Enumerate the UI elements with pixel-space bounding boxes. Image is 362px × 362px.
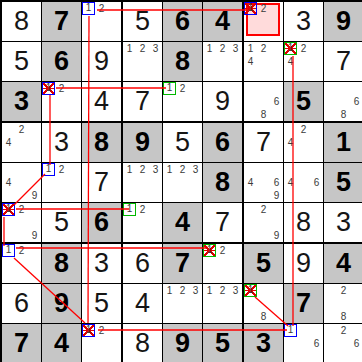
cell-r5c8[interactable]: 46 [284,163,324,203]
candidate-2[interactable]: 2 [216,244,229,257]
solved-digit: 5 [14,48,29,75]
candidate-6 [28,257,41,270]
cell-r8c7[interactable]: 18 [244,284,284,324]
candidate-5 [257,55,270,68]
candidate-5 [297,176,310,189]
candidate-8[interactable]: 8 [337,108,350,121]
candidate-4[interactable]: 4 [284,55,297,68]
candidate-1-blue-crossed[interactable]: 1 [42,82,55,95]
candidate-2[interactable]: 2 [176,82,189,95]
candidate-6[interactable]: 6 [310,337,323,350]
given-digit: 4 [54,330,69,357]
candidate-7 [244,310,257,323]
candidate-8 [216,68,229,81]
candidate-6 [270,297,283,310]
candidate-1-blue-crossed[interactable]: 1 [82,324,95,337]
candidate-3[interactable]: 3 [149,42,162,55]
cell-r3c1[interactable]: 3 [2,82,42,123]
candidate-9 [229,310,242,323]
candidate-6 [270,55,283,68]
cell-r1c4[interactable]: 5 [123,2,163,42]
cell-r7c8[interactable]: 9 [284,244,324,284]
candidate-2[interactable]: 2 [297,123,310,136]
cell-r3c9[interactable]: 68 [324,82,362,123]
candidate-6 [310,55,323,68]
solved-digit: 4 [94,88,109,115]
candidate-6 [108,15,121,28]
candidate-2[interactable]: 2 [297,42,310,55]
candidate-3 [270,163,283,176]
candidate-1-blue-boxed[interactable]: 1 [2,244,15,257]
candidate-6 [108,337,121,350]
candidate-1[interactable]: 1 [203,42,216,55]
candidate-4 [203,55,216,68]
cell-r9c8[interactable]: 16 [284,324,324,362]
cell-r9c5[interactable]: 9 [163,324,203,362]
given-digit: 6 [215,129,230,156]
candidate-8 [216,270,229,283]
candidate-3 [108,2,121,15]
given-digit: 5 [296,88,311,115]
candidate-1 [244,82,257,95]
given-digit: 4 [175,209,190,236]
candidate-3[interactable]: 3 [229,284,242,297]
candidate-5 [257,176,270,189]
candidate-3 [68,82,81,95]
candidate-1[interactable]: 1 [123,163,136,176]
cell-r5c4[interactable]: 123 [123,163,163,203]
candidate-1[interactable]: 1 [244,42,257,55]
cell-r5c1[interactable]: 49 [2,163,42,203]
cell-r1c2[interactable]: 7 [42,2,82,42]
pencilmarks: 12 [244,2,283,41]
cell-r8c5[interactable]: 123 [163,284,203,324]
candidate-3 [310,324,323,337]
candidate-5 [15,257,28,270]
candidate-7 [203,310,216,323]
given-digit: 7 [296,290,311,317]
candidate-9 [350,310,362,323]
cell-r2c2[interactable]: 6 [42,42,82,82]
cell-r5c3[interactable]: 7 [82,163,123,203]
candidate-4 [324,337,337,350]
cell-r4c6[interactable]: 6 [203,123,244,163]
solved-digit: 9 [296,250,311,277]
candidate-6 [229,297,242,310]
candidate-5 [216,297,229,310]
candidate-2 [257,163,270,176]
cell-r6c8[interactable]: 8 [284,203,324,244]
cell-r8c1[interactable]: 6 [2,284,42,324]
candidate-2[interactable]: 2 [95,324,108,337]
candidate-6 [149,55,162,68]
given-digit: 4 [336,250,351,277]
cell-r1c3[interactable]: 12 [82,2,123,42]
solved-digit: 3 [54,129,69,156]
cell-r7c6[interactable]: 12 [203,244,244,284]
candidate-4[interactable]: 4 [284,136,297,149]
candidate-1-blue-boxed[interactable]: 1 [284,324,297,337]
candidate-3[interactable]: 3 [189,284,202,297]
cell-r2c8[interactable]: 124 [284,42,324,82]
candidate-7 [163,189,176,202]
cell-r3c8[interactable]: 5 [284,82,324,123]
candidate-4 [42,176,55,189]
candidate-2[interactable]: 2 [176,163,189,176]
pencilmarks: 24 [284,123,323,162]
candidate-4 [203,297,216,310]
candidate-6 [28,216,41,229]
candidate-1 [244,203,257,216]
candidate-8 [257,28,270,41]
candidate-6 [229,55,242,68]
candidate-6 [28,136,41,149]
solved-digit: 5 [94,290,109,317]
candidate-9 [270,28,283,41]
cell-r9c7[interactable]: 3 [244,324,284,362]
candidate-2[interactable]: 2 [136,203,149,216]
cell-r8c3[interactable]: 5 [82,284,123,324]
pencilmarks: 123 [203,284,242,323]
candidate-2[interactable]: 2 [15,123,28,136]
candidate-3 [68,163,81,176]
cell-r9c1[interactable]: 7 [2,324,42,362]
given-digit: 9 [336,8,351,35]
candidate-2[interactable]: 2 [15,244,28,257]
candidate-1-green-crossed[interactable]: 1 [244,284,257,297]
candidate-7 [2,149,15,162]
candidate-9[interactable]: 9 [28,189,41,202]
candidate-9[interactable]: 9 [270,229,283,242]
solved-digit: 9 [215,88,230,115]
candidate-3 [270,82,283,95]
given-digit: 9 [175,330,190,357]
cell-r7c1[interactable]: 12 [2,244,42,284]
candidate-2[interactable]: 2 [257,2,270,15]
cell-r3c7[interactable]: 68 [244,82,284,123]
candidate-2[interactable]: 2 [337,284,350,297]
cell-r3c3[interactable]: 4 [82,82,123,123]
candidate-5 [55,176,68,189]
pencilmarks: 124 [284,42,323,81]
candidate-3[interactable]: 3 [149,163,162,176]
candidate-1-green-crossed[interactable]: 1 [203,244,216,257]
candidate-5 [337,95,350,108]
candidate-2[interactable]: 2 [176,284,189,297]
cell-r1c7[interactable]: 12 [244,2,284,42]
cell-r7c7[interactable]: 5 [244,244,284,284]
candidate-6 [270,216,283,229]
pencilmarks: 68 [244,82,283,121]
cell-r3c6[interactable]: 9 [203,82,244,123]
candidate-7 [2,229,15,242]
given-digit: 3 [14,88,29,115]
candidate-4[interactable]: 4 [2,176,15,189]
pencilmarks: 29 [244,203,283,242]
candidate-1[interactable]: 1 [163,284,176,297]
given-digit: 7 [14,330,29,357]
candidate-3 [28,123,41,136]
candidate-2[interactable]: 2 [95,2,108,15]
candidate-9 [229,270,242,283]
candidate-9 [149,189,162,202]
cell-r6c1[interactable]: 129 [2,203,42,244]
candidate-7 [2,189,15,202]
given-digit: 6 [54,48,69,75]
cell-r3c2[interactable]: 12 [42,82,82,123]
solved-digit: 3 [94,250,109,277]
cell-r2c1[interactable]: 5 [2,42,42,82]
cell-r2c3[interactable]: 9 [82,42,123,82]
candidate-9 [310,350,323,362]
candidate-9 [270,68,283,81]
cell-r6c6[interactable]: 7 [203,203,244,244]
candidate-5 [15,136,28,149]
candidate-1-blue-boxed[interactable]: 1 [42,163,55,176]
given-digit: 8 [94,129,109,156]
candidate-4 [2,216,15,229]
candidate-1 [2,123,15,136]
candidate-2[interactable]: 2 [55,163,68,176]
pencilmarks: 12 [42,82,81,121]
candidate-2[interactable]: 2 [55,82,68,95]
cell-r4c8[interactable]: 24 [284,123,324,163]
candidate-3 [310,123,323,136]
candidate-9 [270,310,283,323]
candidate-6 [350,297,362,310]
pencilmarks: 18 [244,284,283,323]
cell-r6c4[interactable]: 12 [123,203,163,244]
candidate-4 [123,216,136,229]
given-digit: 9 [135,129,150,156]
candidate-8 [55,189,68,202]
pencilmarks: 12 [82,324,121,362]
candidate-6[interactable]: 6 [270,176,283,189]
cell-r8c9[interactable]: 28 [324,284,362,324]
candidate-9 [350,108,362,121]
candidate-5 [95,15,108,28]
cell-r9c4[interactable]: 8 [123,324,163,362]
given-digit: 7 [54,8,69,35]
candidate-2[interactable]: 2 [15,203,28,216]
pencilmarks: 68 [324,82,362,121]
candidate-6 [149,216,162,229]
candidate-7 [244,108,257,121]
candidate-1-green-boxed[interactable]: 1 [163,82,176,95]
candidate-3 [28,163,41,176]
candidate-8[interactable]: 8 [257,310,270,323]
pencilmarks: 46 [284,163,323,202]
candidate-9[interactable]: 9 [270,189,283,202]
candidate-1-blue-boxed[interactable]: 1 [82,2,95,15]
cell-r7c5[interactable]: 7 [163,244,203,284]
given-digit: 1 [336,129,351,156]
candidate-9 [310,189,323,202]
given-digit: 4 [215,8,230,35]
candidate-7 [284,350,297,362]
cell-r9c9[interactable]: 26 [324,324,362,362]
candidate-2[interactable]: 2 [257,203,270,216]
cell-r4c2[interactable]: 3 [42,123,82,163]
candidate-4[interactable]: 4 [244,176,257,189]
cell-r6c2[interactable]: 5 [42,203,82,244]
candidate-4 [123,176,136,189]
given-digit: 7 [175,250,190,277]
candidate-4 [244,95,257,108]
candidate-4 [244,15,257,28]
cell-r1c8[interactable]: 3 [284,2,324,42]
candidate-2[interactable]: 2 [216,42,229,55]
candidate-3 [310,42,323,55]
cell-r2c9[interactable]: 7 [324,42,362,82]
candidate-4 [123,55,136,68]
candidate-3[interactable]: 3 [189,163,202,176]
candidate-9 [189,310,202,323]
cell-r1c6[interactable]: 4 [203,2,244,42]
candidate-1[interactable]: 1 [163,163,176,176]
candidate-7 [82,28,95,41]
solved-digit: 7 [135,88,150,115]
candidate-7 [163,310,176,323]
candidate-1[interactable]: 1 [123,42,136,55]
candidate-4[interactable]: 4 [244,55,257,68]
cell-r8c2[interactable]: 9 [42,284,82,324]
candidate-7 [324,350,337,362]
candidate-2[interactable]: 2 [136,163,149,176]
candidate-4[interactable]: 4 [2,136,15,149]
cell-r2c7[interactable]: 124 [244,42,284,82]
candidate-4[interactable]: 4 [284,176,297,189]
cell-r4c7[interactable]: 7 [244,123,284,163]
candidate-2[interactable]: 2 [257,42,270,55]
cell-r7c9[interactable]: 4 [324,244,362,284]
candidate-5 [136,55,149,68]
candidate-2 [257,82,270,95]
candidate-5 [257,297,270,310]
cell-r3c4[interactable]: 7 [123,82,163,123]
candidate-7 [123,229,136,242]
solved-digit: 7 [336,48,351,75]
given-digit: 5 [215,330,230,357]
cell-r5c2[interactable]: 12 [42,163,82,203]
cell-r8c8[interactable]: 7 [284,284,324,324]
cell-r8c4[interactable]: 4 [123,284,163,324]
cell-r6c7[interactable]: 29 [244,203,284,244]
cell-r6c9[interactable]: 3 [324,203,362,244]
candidate-1-green-crossed[interactable]: 1 [284,42,297,55]
candidate-8[interactable]: 8 [257,108,270,121]
cell-r7c3[interactable]: 3 [82,244,123,284]
candidate-3[interactable]: 3 [229,42,242,55]
candidate-8 [176,108,189,121]
pencilmarks: 124 [244,42,283,81]
candidate-3 [270,42,283,55]
cell-r4c1[interactable]: 24 [2,123,42,163]
candidate-8 [297,68,310,81]
candidate-5 [257,95,270,108]
cell-r4c3[interactable]: 8 [82,123,123,163]
candidate-8[interactable]: 8 [337,310,350,323]
cell-r2c4[interactable]: 123 [123,42,163,82]
solved-digit: 8 [135,330,150,357]
candidate-7 [123,68,136,81]
candidate-1-blue-crossed[interactable]: 1 [244,2,257,15]
candidate-8 [176,189,189,202]
cell-r4c5[interactable]: 5 [163,123,203,163]
cell-r2c5[interactable]: 8 [163,42,203,82]
candidate-5 [216,55,229,68]
candidate-4 [42,95,55,108]
candidate-6[interactable]: 6 [270,95,283,108]
candidate-6[interactable]: 6 [350,95,362,108]
pencilmarks: 12 [203,244,242,283]
cell-r9c3[interactable]: 12 [82,324,123,362]
cell-r6c3[interactable]: 6 [82,203,123,244]
candidate-5 [15,216,28,229]
candidate-4 [82,15,95,28]
cell-r5c6[interactable]: 8 [203,163,244,203]
solved-digit: 4 [135,290,150,317]
cell-r7c4[interactable]: 6 [123,244,163,284]
cell-r4c9[interactable]: 1 [324,123,362,163]
candidate-6 [189,176,202,189]
cell-r5c7[interactable]: 469 [244,163,284,203]
candidate-2[interactable]: 2 [337,324,350,337]
cell-r1c1[interactable]: 8 [2,2,42,42]
pencilmarks: 12 [123,203,162,242]
solved-digit: 5 [175,129,190,156]
candidate-1-blue-crossed[interactable]: 1 [2,203,15,216]
candidate-6[interactable]: 6 [310,176,323,189]
candidate-9[interactable]: 9 [28,229,41,242]
candidate-5 [136,216,149,229]
candidate-2[interactable]: 2 [136,42,149,55]
cell-r1c5[interactable]: 6 [163,2,203,42]
cell-r5c5[interactable]: 123 [163,163,203,203]
candidate-5 [297,55,310,68]
cell-r3c5[interactable]: 12 [163,82,203,123]
candidate-6 [68,95,81,108]
candidate-9 [310,149,323,162]
pencilmarks: 12 [163,82,202,121]
candidate-3 [350,284,362,297]
candidate-1[interactable]: 1 [203,284,216,297]
cell-r1c9[interactable]: 9 [324,2,362,42]
candidate-9 [28,149,41,162]
cell-r6c5[interactable]: 4 [163,203,203,244]
candidate-7 [284,68,297,81]
cell-r9c6[interactable]: 5 [203,324,244,362]
candidate-6[interactable]: 6 [350,337,362,350]
cell-r2c6[interactable]: 123 [203,42,244,82]
cell-r9c2[interactable]: 4 [42,324,82,362]
candidate-4 [163,95,176,108]
cell-r4c4[interactable]: 9 [123,123,163,163]
given-digit: 8 [215,169,230,196]
cell-r8c6[interactable]: 123 [203,284,244,324]
candidate-8 [55,108,68,121]
pencilmarks: 24 [2,123,41,162]
cell-r5c9[interactable]: 5 [324,163,362,203]
pencilmarks: 123 [123,163,162,202]
candidate-1-green-boxed[interactable]: 1 [123,203,136,216]
cell-r7c2[interactable]: 8 [42,244,82,284]
candidate-2 [297,324,310,337]
candidate-1 [324,82,337,95]
candidate-9 [189,189,202,202]
candidate-2[interactable]: 2 [216,284,229,297]
candidate-2 [257,284,270,297]
